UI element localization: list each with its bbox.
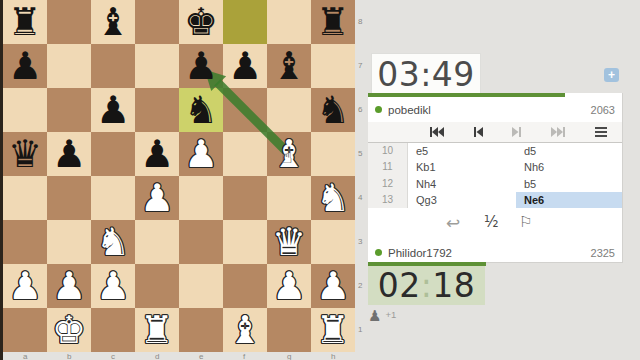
square-b6[interactable] bbox=[47, 88, 91, 132]
rank-label-1: 1 bbox=[358, 325, 362, 334]
move-number: 13 bbox=[368, 192, 407, 208]
square-a8[interactable]: ♜ bbox=[3, 0, 47, 44]
resign-flag-button[interactable]: ⚐ bbox=[519, 213, 532, 231]
file-label-e: e bbox=[199, 352, 203, 360]
square-g8[interactable] bbox=[267, 0, 311, 44]
piece-black-pawn[interactable]: ♟ bbox=[91, 88, 135, 132]
clock-top: 03:49 bbox=[371, 53, 481, 94]
black-move-selected[interactable]: Ne6 bbox=[516, 192, 622, 208]
rank-label-3: 3 bbox=[358, 237, 362, 246]
draw-offer-button[interactable]: ½ bbox=[484, 213, 499, 231]
piece-black-pawn[interactable]: ♟ bbox=[223, 44, 267, 88]
square-b3[interactable] bbox=[47, 220, 91, 264]
piece-white-bishop[interactable]: ♝ bbox=[223, 308, 267, 352]
piece-white-king[interactable]: ♚ bbox=[47, 308, 91, 352]
square-d3[interactable] bbox=[135, 220, 179, 264]
piece-black-rook[interactable]: ♜ bbox=[311, 0, 355, 44]
clock-bottom-colon: : bbox=[421, 266, 433, 305]
square-b5[interactable]: ♟ bbox=[47, 132, 91, 176]
rank-label-6: 6 bbox=[358, 105, 362, 114]
piece-black-queen[interactable]: ♛ bbox=[3, 132, 47, 176]
square-a7[interactable]: ♟ bbox=[3, 44, 47, 88]
piece-black-king[interactable]: ♚ bbox=[179, 0, 223, 44]
rank-label-7: 7 bbox=[358, 61, 362, 70]
rank-label-5: 5 bbox=[358, 149, 362, 158]
square-f8[interactable] bbox=[223, 0, 267, 44]
clock-bottom-active: 02:18 bbox=[368, 266, 485, 305]
skip-to-last-icon[interactable] bbox=[551, 125, 565, 139]
piece-black-knight[interactable]: ♞ bbox=[179, 88, 223, 132]
square-g2[interactable]: ♟ bbox=[267, 264, 311, 308]
material-advantage-value: +1 bbox=[385, 309, 396, 320]
move-row: 11 Kb1 Nh6 bbox=[368, 159, 622, 175]
piece-black-knight[interactable]: ♞ bbox=[311, 88, 355, 132]
square-g4[interactable] bbox=[267, 176, 311, 220]
file-label-g: g bbox=[287, 352, 291, 360]
square-e8[interactable]: ♚ bbox=[179, 0, 223, 44]
add-time-button[interactable]: + bbox=[604, 68, 619, 82]
square-e6[interactable]: ♞ bbox=[179, 88, 223, 132]
game-actions: ↩ ½ ⚐ bbox=[368, 208, 622, 240]
square-f4[interactable] bbox=[223, 176, 267, 220]
square-h6[interactable]: ♞ bbox=[311, 88, 355, 132]
square-a5[interactable]: ♛ bbox=[3, 132, 47, 176]
square-d5[interactable]: ♟ bbox=[135, 132, 179, 176]
move-number: 11 bbox=[368, 159, 407, 175]
rank-label-8: 8 bbox=[358, 17, 362, 26]
square-a4[interactable] bbox=[3, 176, 47, 220]
white-move[interactable]: Qg3 bbox=[407, 192, 516, 208]
square-h3[interactable] bbox=[311, 220, 355, 264]
piece-white-pawn[interactable]: ♟ bbox=[311, 264, 355, 308]
square-a6[interactable] bbox=[3, 88, 47, 132]
square-f2[interactable] bbox=[223, 264, 267, 308]
material-advantage: ♟ +1 bbox=[368, 307, 396, 325]
square-b8[interactable] bbox=[47, 0, 91, 44]
file-label-a: a bbox=[23, 352, 27, 360]
player-bottom-name[interactable]: Philidor1792 bbox=[388, 247, 591, 259]
clock-bottom-minutes: 02 bbox=[378, 266, 421, 305]
rank-label-2: 2 bbox=[358, 281, 362, 290]
piece-white-pawn[interactable]: ♟ bbox=[47, 264, 91, 308]
square-c1[interactable] bbox=[91, 308, 135, 352]
square-d2[interactable] bbox=[135, 264, 179, 308]
piece-black-pawn[interactable]: ♟ bbox=[47, 132, 91, 176]
online-dot-icon bbox=[375, 249, 382, 256]
game-panel: pobedikl 2063 10 e5 d5 11 Kb1 bbox=[368, 93, 623, 263]
time-progress-bar-bottom bbox=[368, 262, 486, 266]
move-row: 10 e5 d5 bbox=[368, 143, 622, 159]
piece-black-bishop[interactable]: ♝ bbox=[91, 0, 135, 44]
square-f7[interactable]: ♟ bbox=[223, 44, 267, 88]
clock-top-seconds: 49 bbox=[432, 55, 475, 94]
square-h7[interactable] bbox=[311, 44, 355, 88]
square-e5[interactable]: ♟ bbox=[179, 132, 223, 176]
square-h4[interactable]: ♞ bbox=[311, 176, 355, 220]
square-h1[interactable]: ♜ bbox=[311, 308, 355, 352]
square-b4[interactable] bbox=[47, 176, 91, 220]
piece-white-pawn[interactable]: ♟ bbox=[179, 132, 223, 176]
file-label-d: d bbox=[155, 352, 159, 360]
piece-white-bishop[interactable]: ♝ bbox=[267, 132, 311, 176]
move-row: 12 Nh4 b5 bbox=[368, 176, 622, 192]
player-top-name[interactable]: pobedikl bbox=[388, 104, 591, 116]
square-h8[interactable]: ♜ bbox=[311, 0, 355, 44]
square-c4[interactable] bbox=[91, 176, 135, 220]
square-d7[interactable] bbox=[135, 44, 179, 88]
time-progress-bar-top bbox=[368, 93, 565, 97]
file-label-b: b bbox=[67, 352, 71, 360]
square-h5[interactable] bbox=[311, 132, 355, 176]
square-e3[interactable] bbox=[179, 220, 223, 264]
square-b2[interactable]: ♟ bbox=[47, 264, 91, 308]
square-a2[interactable]: ♟ bbox=[3, 264, 47, 308]
square-e7[interactable]: ♟ bbox=[179, 44, 223, 88]
white-move[interactable]: e5 bbox=[407, 143, 516, 159]
online-dot-icon bbox=[375, 106, 382, 113]
square-g6[interactable] bbox=[267, 88, 311, 132]
file-label-c: c bbox=[111, 352, 115, 360]
piece-white-queen[interactable]: ♛ bbox=[267, 220, 311, 264]
square-c7[interactable] bbox=[91, 44, 135, 88]
piece-white-pawn[interactable]: ♟ bbox=[91, 264, 135, 308]
square-d1[interactable]: ♜ bbox=[135, 308, 179, 352]
file-label-f: f bbox=[243, 352, 245, 360]
square-h2[interactable]: ♟ bbox=[311, 264, 355, 308]
piece-white-rook[interactable]: ♜ bbox=[311, 308, 355, 352]
black-move[interactable]: d5 bbox=[516, 143, 622, 159]
piece-black-bishop[interactable]: ♝ bbox=[267, 44, 311, 88]
piece-white-rook[interactable]: ♜ bbox=[135, 308, 179, 352]
rank-label-4: 4 bbox=[358, 193, 362, 202]
square-g5[interactable]: ♝ bbox=[267, 132, 311, 176]
move-list: 10 e5 d5 11 Kb1 Nh6 12 Nh4 b5 13 Qg3 Ne6 bbox=[368, 143, 622, 208]
menu-icon[interactable] bbox=[595, 125, 607, 139]
square-g7[interactable]: ♝ bbox=[267, 44, 311, 88]
piece-black-pawn[interactable]: ♟ bbox=[3, 44, 47, 88]
piece-black-pawn[interactable]: ♟ bbox=[179, 44, 223, 88]
move-number: 12 bbox=[368, 176, 407, 192]
move-nav-bar bbox=[368, 122, 622, 143]
clock-top-colon: : bbox=[420, 55, 432, 94]
file-label-h: h bbox=[331, 352, 335, 360]
square-f6[interactable] bbox=[223, 88, 267, 132]
white-move[interactable]: Nh4 bbox=[407, 176, 516, 192]
square-e4[interactable] bbox=[179, 176, 223, 220]
piece-black-pawn[interactable]: ♟ bbox=[135, 132, 179, 176]
square-f3[interactable] bbox=[223, 220, 267, 264]
piece-white-knight[interactable]: ♞ bbox=[91, 220, 135, 264]
clock-top-minutes: 03 bbox=[377, 55, 420, 94]
square-b7[interactable] bbox=[47, 44, 91, 88]
square-g3[interactable]: ♛ bbox=[267, 220, 311, 264]
next-move-icon[interactable] bbox=[512, 125, 521, 139]
piece-white-pawn[interactable]: ♟ bbox=[135, 176, 179, 220]
square-d6[interactable] bbox=[135, 88, 179, 132]
player-top-row: pobedikl 2063 bbox=[368, 97, 622, 122]
piece-black-rook[interactable]: ♜ bbox=[3, 0, 47, 44]
move-row: 13 Qg3 Ne6 bbox=[368, 192, 622, 208]
square-a3[interactable] bbox=[3, 220, 47, 264]
square-c5[interactable] bbox=[91, 132, 135, 176]
square-g1[interactable] bbox=[267, 308, 311, 352]
square-d8[interactable] bbox=[135, 0, 179, 44]
takeback-button[interactable]: ↩ bbox=[446, 213, 460, 233]
skip-to-first-icon[interactable] bbox=[430, 125, 444, 139]
black-move[interactable]: b5 bbox=[516, 176, 622, 192]
square-c3[interactable]: ♞ bbox=[91, 220, 135, 264]
square-e2[interactable] bbox=[179, 264, 223, 308]
clock-bottom-seconds: 18 bbox=[432, 266, 475, 305]
square-c6[interactable]: ♟ bbox=[91, 88, 135, 132]
player-bottom-rating: 2325 bbox=[591, 247, 615, 259]
player-top-rating: 2063 bbox=[591, 104, 615, 116]
black-pawn-icon: ♟ bbox=[368, 307, 381, 325]
square-c8[interactable]: ♝ bbox=[91, 0, 135, 44]
square-f5[interactable] bbox=[223, 132, 267, 176]
piece-white-pawn[interactable]: ♟ bbox=[3, 264, 47, 308]
square-a1[interactable] bbox=[3, 308, 47, 352]
white-move[interactable]: Kb1 bbox=[407, 159, 516, 175]
square-c2[interactable]: ♟ bbox=[91, 264, 135, 308]
square-d4[interactable]: ♟ bbox=[135, 176, 179, 220]
square-e1[interactable] bbox=[179, 308, 223, 352]
move-number: 10 bbox=[368, 143, 407, 159]
square-b1[interactable]: ♚ bbox=[47, 308, 91, 352]
black-move[interactable]: Nh6 bbox=[516, 159, 622, 175]
chess-board[interactable]: ♜♝♚♜♟♟♟♝♟♞♞♛♟♟♟♝♟♞♞♛♟♟♟♟♟♚♜♝♜ bbox=[3, 0, 355, 352]
piece-white-knight[interactable]: ♞ bbox=[311, 176, 355, 220]
square-f1[interactable]: ♝ bbox=[223, 308, 267, 352]
previous-move-icon[interactable] bbox=[474, 125, 483, 139]
piece-white-pawn[interactable]: ♟ bbox=[267, 264, 311, 308]
